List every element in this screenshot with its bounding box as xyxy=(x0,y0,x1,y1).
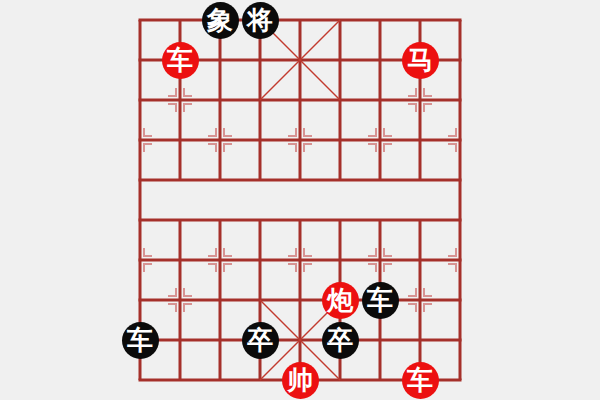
piece-black-chariot-b[interactable]: 车 xyxy=(122,322,159,359)
piece-red-horse[interactable]: 马 xyxy=(402,42,439,79)
piece-black-general[interactable]: 将 xyxy=(242,2,279,39)
piece-red-chariot-a[interactable]: 车 xyxy=(162,42,199,79)
pieces-layer: 象将车马炮车车卒卒帅车 xyxy=(120,0,480,400)
piece-black-pawn-b[interactable]: 卒 xyxy=(322,322,359,359)
piece-red-general[interactable]: 帅 xyxy=(282,362,319,399)
piece-black-elephant[interactable]: 象 xyxy=(202,2,239,39)
xiangqi-screen: 象将车马炮车车卒卒帅车 xyxy=(0,0,600,400)
piece-black-chariot-a[interactable]: 车 xyxy=(362,282,399,319)
piece-black-pawn-a[interactable]: 卒 xyxy=(242,322,279,359)
piece-red-chariot-b[interactable]: 车 xyxy=(402,362,439,399)
piece-red-cannon[interactable]: 炮 xyxy=(322,282,359,319)
